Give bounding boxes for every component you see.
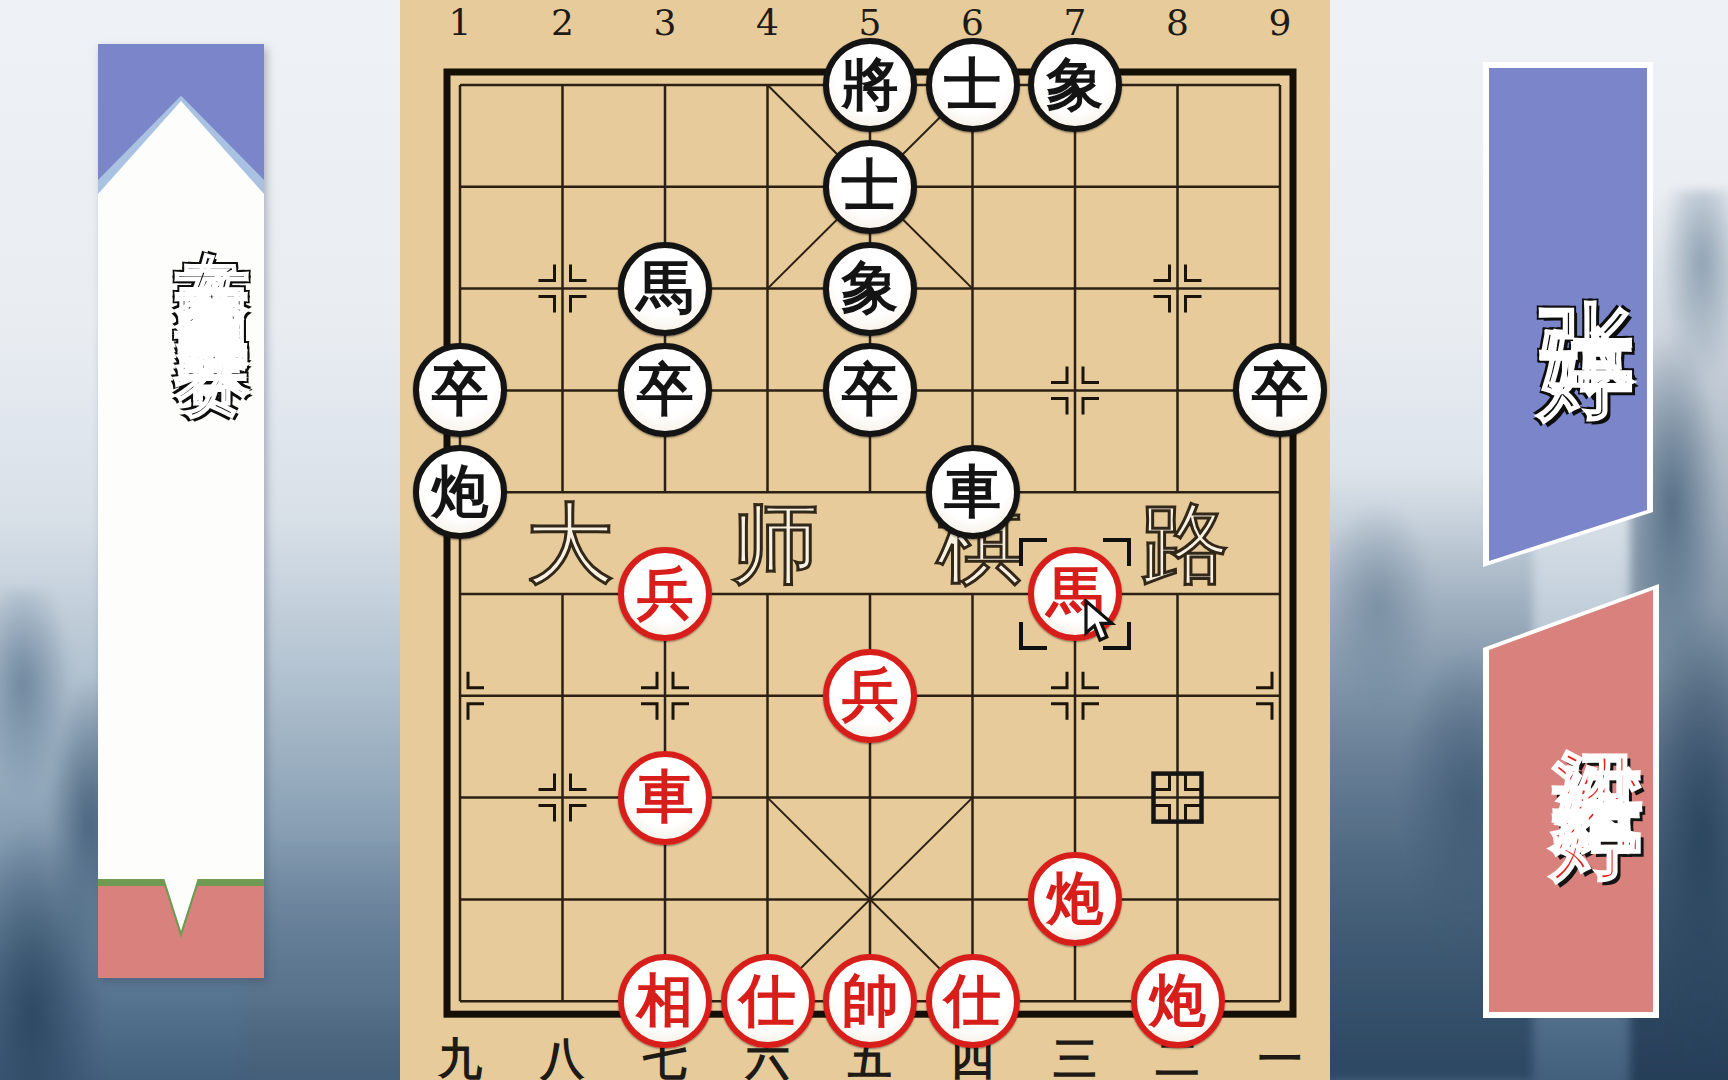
piece-red-general[interactable]: 帥 [823,954,917,1048]
piece-glyph: 士 [842,156,899,213]
piece-glyph: 象 [842,258,899,315]
piece-glyph: 車 [944,462,1001,519]
piece-red-soldier[interactable]: 兵 [823,649,917,743]
piece-red-advisor[interactable]: 仕 [926,954,1020,1048]
file-label-top: 9 [1245,0,1315,44]
piece-glyph: 士 [944,55,1001,112]
event-title: 女子全国象甲联赛 [98,194,264,894]
piece-glyph: 卒 [432,360,489,417]
mouse-cursor-icon [1084,599,1124,645]
piece-black-soldier[interactable]: 卒 [823,343,917,437]
file-label-bottom: 一 [1245,1032,1315,1080]
piece-red-advisor[interactable]: 仕 [721,954,815,1048]
file-label-bottom: 八 [528,1032,598,1080]
piece-black-soldier[interactable]: 卒 [1233,343,1327,437]
piece-red-soldier[interactable]: 兵 [618,547,712,641]
piece-glyph: 卒 [637,360,694,417]
file-label-top: 4 [733,0,803,44]
piece-glyph: 兵 [842,665,899,722]
piece-black-cannon[interactable]: 炮 [413,445,507,539]
piece-red-cannon[interactable]: 炮 [1028,852,1122,946]
piece-glyph: 馬 [637,258,694,315]
piece-glyph: 炮 [432,462,489,519]
piece-glyph: 仕 [739,971,796,1028]
piece-glyph: 炮 [1047,869,1104,926]
piece-black-general[interactable]: 將 [823,38,917,132]
black-player-name: 张婷 [1483,222,1653,542]
screenshot-stage: 123456789 九八七六五四三二一 大师棋路 將士象士馬象卒卒卒卒炮車兵馬 … [0,0,1728,1080]
piece-black-soldier[interactable]: 卒 [618,343,712,437]
piece-red-horse[interactable]: 馬 [1028,547,1122,641]
piece-glyph: 仕 [944,971,1001,1028]
piece-glyph: 兵 [637,564,694,621]
file-label-top: 2 [528,0,598,44]
piece-glyph: 將 [842,55,899,112]
piece-glyph: 卒 [842,360,899,417]
piece-black-soldier[interactable]: 卒 [413,343,507,437]
black-player-banner: 张婷 [1483,62,1653,567]
piece-black-elephant[interactable]: 象 [1028,38,1122,132]
piece-black-elephant[interactable]: 象 [823,242,917,336]
piece-glyph: 相 [637,971,694,1028]
piece-red-cannon[interactable]: 炮 [1131,954,1225,1048]
piece-glyph: 卒 [1252,360,1309,417]
piece-black-horse[interactable]: 馬 [618,242,712,336]
piece-glyph: 帥 [842,971,899,1028]
piece-red-elephant[interactable]: 相 [618,954,712,1048]
red-player-banner: 梁妍婷 [1483,584,1659,1018]
piece-glyph: 象 [1047,55,1104,112]
file-label-top: 3 [630,0,700,44]
file-label-bottom: 九 [425,1032,495,1080]
event-ribbon: 女子全国象甲联赛 [98,44,264,978]
file-label-top: 1 [425,0,495,44]
selection-bracket-bl [1019,622,1047,650]
piece-black-advisor[interactable]: 士 [823,140,917,234]
piece-black-chariot[interactable]: 車 [926,445,1020,539]
file-label-top: 8 [1143,0,1213,44]
red-player-name: 梁妍婷 [1483,672,1659,1002]
piece-black-advisor[interactable]: 士 [926,38,1020,132]
piece-glyph: 炮 [1149,971,1206,1028]
piece-red-chariot[interactable]: 車 [618,751,712,845]
piece-glyph: 車 [637,767,694,824]
file-label-bottom: 三 [1040,1032,1110,1080]
selection-bracket-tl [1019,538,1047,566]
selection-bracket-tr [1103,538,1131,566]
